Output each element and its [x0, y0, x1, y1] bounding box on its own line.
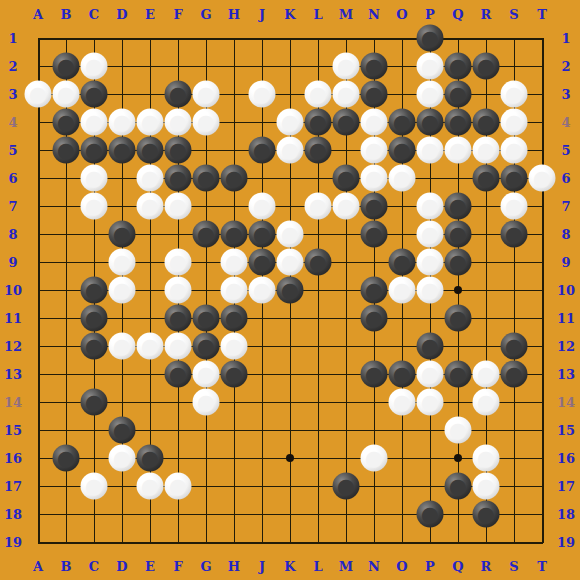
- stone-white[interactable]: ●: [137, 165, 164, 192]
- stone-white[interactable]: ●: [193, 81, 220, 108]
- stone-black[interactable]: ●: [277, 277, 304, 304]
- stone-white[interactable]: ●: [417, 389, 444, 416]
- stone-white[interactable]: ●: [165, 109, 192, 136]
- stone-black[interactable]: ●: [361, 305, 388, 332]
- stone-white[interactable]: ●: [417, 277, 444, 304]
- stone-white[interactable]: ●: [417, 137, 444, 164]
- stone-black[interactable]: ●: [53, 137, 80, 164]
- stone-black[interactable]: ●: [361, 81, 388, 108]
- row-label-right: 11: [557, 312, 575, 325]
- column-label-top: F: [173, 8, 182, 21]
- stone-black[interactable]: ●: [445, 305, 472, 332]
- row-label-right: 15: [557, 424, 575, 437]
- stone-black[interactable]: ●: [361, 221, 388, 248]
- column-label-bottom: P: [425, 560, 435, 573]
- stone-white[interactable]: ●: [277, 137, 304, 164]
- stone-black[interactable]: ●: [81, 305, 108, 332]
- star-point: [454, 454, 462, 462]
- column-label-top: K: [284, 8, 295, 21]
- stone-white[interactable]: ●: [221, 249, 248, 276]
- stone-white[interactable]: ●: [277, 109, 304, 136]
- stone-white[interactable]: ●: [109, 109, 136, 136]
- stone-white[interactable]: ●: [305, 193, 332, 220]
- row-label-right: 16: [557, 452, 575, 465]
- stone-white[interactable]: ●: [445, 417, 472, 444]
- stone-black[interactable]: ●: [249, 221, 276, 248]
- row-label-left: 10: [4, 284, 22, 297]
- go-board-viewer: AABBCCDDEEFFGGHHJJKKLLMMNNOOPPQQRRSSTT11…: [0, 0, 580, 580]
- stone-white[interactable]: ●: [81, 193, 108, 220]
- stone-black[interactable]: ●: [473, 501, 500, 528]
- column-label-top: S: [509, 8, 518, 21]
- column-label-top: M: [339, 8, 353, 21]
- column-label-bottom: Q: [452, 560, 463, 573]
- column-label-top: L: [313, 8, 322, 21]
- stone-black[interactable]: ●: [137, 137, 164, 164]
- stone-white[interactable]: ●: [361, 109, 388, 136]
- stone-black[interactable]: ●: [193, 165, 220, 192]
- stone-black[interactable]: ●: [81, 333, 108, 360]
- stone-white[interactable]: ●: [165, 249, 192, 276]
- row-label-right: 14: [557, 396, 575, 409]
- row-label-right: 8: [561, 228, 570, 241]
- stone-black[interactable]: ●: [137, 445, 164, 472]
- stone-black[interactable]: ●: [445, 249, 472, 276]
- stone-white[interactable]: ●: [53, 81, 80, 108]
- row-label-left: 2: [8, 60, 17, 73]
- stone-white[interactable]: ●: [333, 193, 360, 220]
- row-label-left: 16: [4, 452, 22, 465]
- grid-line-horizontal: [38, 542, 543, 544]
- stone-white[interactable]: ●: [81, 473, 108, 500]
- stone-white[interactable]: ●: [529, 165, 556, 192]
- stone-black[interactable]: ●: [389, 137, 416, 164]
- stone-black[interactable]: ●: [361, 277, 388, 304]
- stone-white[interactable]: ●: [137, 333, 164, 360]
- stone-black[interactable]: ●: [305, 137, 332, 164]
- stone-white[interactable]: ●: [501, 193, 528, 220]
- stone-black[interactable]: ●: [361, 53, 388, 80]
- stone-white[interactable]: ●: [333, 53, 360, 80]
- column-label-top: A: [33, 8, 43, 21]
- column-label-top: O: [396, 8, 407, 21]
- stone-black[interactable]: ●: [333, 473, 360, 500]
- stone-white[interactable]: ●: [109, 277, 136, 304]
- star-point: [454, 286, 462, 294]
- stone-white[interactable]: ●: [193, 389, 220, 416]
- stone-black[interactable]: ●: [221, 221, 248, 248]
- stone-black[interactable]: ●: [109, 137, 136, 164]
- stone-black[interactable]: ●: [221, 165, 248, 192]
- stone-white[interactable]: ●: [165, 473, 192, 500]
- row-label-left: 14: [4, 396, 22, 409]
- stone-white[interactable]: ●: [473, 389, 500, 416]
- stone-black[interactable]: ●: [221, 361, 248, 388]
- stone-white[interactable]: ●: [109, 249, 136, 276]
- stone-white[interactable]: ●: [417, 81, 444, 108]
- column-label-top: P: [425, 8, 435, 21]
- stone-white[interactable]: ●: [137, 193, 164, 220]
- stone-black[interactable]: ●: [389, 249, 416, 276]
- column-label-top: C: [89, 8, 99, 21]
- stone-black[interactable]: ●: [473, 109, 500, 136]
- stone-white[interactable]: ●: [417, 361, 444, 388]
- row-label-right: 17: [557, 480, 575, 493]
- column-label-bottom: G: [200, 560, 211, 573]
- stone-black[interactable]: ●: [165, 305, 192, 332]
- stone-white[interactable]: ●: [249, 81, 276, 108]
- stone-white[interactable]: ●: [417, 249, 444, 276]
- stone-black[interactable]: ●: [249, 249, 276, 276]
- stone-white[interactable]: ●: [109, 333, 136, 360]
- stone-black[interactable]: ●: [305, 249, 332, 276]
- row-label-left: 6: [8, 172, 17, 185]
- row-label-right: 1: [561, 32, 570, 45]
- row-label-left: 18: [4, 508, 22, 521]
- stone-black[interactable]: ●: [165, 361, 192, 388]
- row-label-left: 9: [8, 256, 17, 269]
- row-label-right: 9: [561, 256, 570, 269]
- stone-white[interactable]: ●: [249, 277, 276, 304]
- column-label-top: N: [368, 8, 380, 21]
- row-label-right: 19: [557, 536, 575, 549]
- row-label-right: 18: [557, 508, 575, 521]
- stone-black[interactable]: ●: [389, 361, 416, 388]
- column-label-bottom: H: [228, 560, 240, 573]
- stone-black[interactable]: ●: [361, 361, 388, 388]
- column-label-top: H: [228, 8, 240, 21]
- column-label-top: D: [116, 8, 127, 21]
- stone-white[interactable]: ●: [193, 109, 220, 136]
- stone-black[interactable]: ●: [501, 221, 528, 248]
- stone-white[interactable]: ●: [473, 445, 500, 472]
- stone-white[interactable]: ●: [109, 445, 136, 472]
- column-label-bottom: O: [396, 560, 407, 573]
- column-label-bottom: A: [33, 560, 43, 573]
- column-label-top: B: [61, 8, 72, 21]
- row-label-left: 7: [8, 200, 17, 213]
- row-label-right: 7: [561, 200, 570, 213]
- grid-line-horizontal: [38, 514, 543, 515]
- column-label-bottom: B: [61, 560, 72, 573]
- stone-white[interactable]: ●: [277, 221, 304, 248]
- stone-white[interactable]: ●: [249, 193, 276, 220]
- column-label-bottom: D: [116, 560, 127, 573]
- stone-black[interactable]: ●: [417, 109, 444, 136]
- stone-black[interactable]: ●: [445, 193, 472, 220]
- stone-white[interactable]: ●: [361, 445, 388, 472]
- stone-white[interactable]: ●: [137, 109, 164, 136]
- row-label-right: 6: [561, 172, 570, 185]
- stone-white[interactable]: ●: [81, 109, 108, 136]
- stone-white[interactable]: ●: [417, 53, 444, 80]
- stone-black[interactable]: ●: [53, 445, 80, 472]
- stone-black[interactable]: ●: [81, 389, 108, 416]
- column-label-top: T: [537, 8, 547, 21]
- stone-white[interactable]: ●: [361, 165, 388, 192]
- stone-black[interactable]: ●: [193, 333, 220, 360]
- column-label-bottom: R: [481, 560, 492, 573]
- stone-white[interactable]: ●: [25, 81, 52, 108]
- column-label-bottom: M: [339, 560, 353, 573]
- row-label-left: 12: [4, 340, 22, 353]
- row-label-left: 17: [4, 480, 22, 493]
- stone-black[interactable]: ●: [165, 137, 192, 164]
- stone-white[interactable]: ●: [361, 137, 388, 164]
- stone-black[interactable]: ●: [501, 361, 528, 388]
- stone-white[interactable]: ●: [417, 193, 444, 220]
- stone-black[interactable]: ●: [445, 361, 472, 388]
- grid-line-horizontal: [38, 402, 543, 403]
- stone-white[interactable]: ●: [473, 137, 500, 164]
- stone-black[interactable]: ●: [473, 53, 500, 80]
- stone-black[interactable]: ●: [417, 333, 444, 360]
- stone-black[interactable]: ●: [361, 193, 388, 220]
- stone-white[interactable]: ●: [501, 109, 528, 136]
- stone-black[interactable]: ●: [81, 137, 108, 164]
- stone-white[interactable]: ●: [389, 389, 416, 416]
- stone-white[interactable]: ●: [417, 221, 444, 248]
- grid-line-vertical: [542, 38, 544, 543]
- column-label-bottom: C: [89, 560, 99, 573]
- stone-white[interactable]: ●: [165, 193, 192, 220]
- row-label-left: 19: [4, 536, 22, 549]
- stone-black[interactable]: ●: [501, 165, 528, 192]
- stone-white[interactable]: ●: [81, 53, 108, 80]
- stone-black[interactable]: ●: [109, 221, 136, 248]
- stone-black[interactable]: ●: [193, 305, 220, 332]
- row-label-left: 8: [8, 228, 17, 241]
- row-label-left: 5: [8, 144, 17, 157]
- stone-black[interactable]: ●: [473, 165, 500, 192]
- stone-black[interactable]: ●: [193, 221, 220, 248]
- stone-white[interactable]: ●: [221, 333, 248, 360]
- row-label-right: 5: [561, 144, 570, 157]
- stone-black[interactable]: ●: [333, 109, 360, 136]
- stone-black[interactable]: ●: [165, 165, 192, 192]
- row-label-right: 12: [557, 340, 575, 353]
- row-label-left: 3: [8, 88, 17, 101]
- star-point: [286, 454, 294, 462]
- stone-black[interactable]: ●: [81, 277, 108, 304]
- stone-black[interactable]: ●: [53, 53, 80, 80]
- stone-black[interactable]: ●: [109, 417, 136, 444]
- stone-white[interactable]: ●: [165, 277, 192, 304]
- stone-white[interactable]: ●: [165, 333, 192, 360]
- row-label-right: 3: [561, 88, 570, 101]
- stone-black[interactable]: ●: [445, 109, 472, 136]
- stone-white[interactable]: ●: [473, 361, 500, 388]
- stone-black[interactable]: ●: [249, 137, 276, 164]
- stone-black[interactable]: ●: [445, 473, 472, 500]
- row-label-right: 4: [561, 116, 570, 129]
- stone-white[interactable]: ●: [193, 361, 220, 388]
- stone-black[interactable]: ●: [389, 109, 416, 136]
- column-label-top: Q: [452, 8, 463, 21]
- stone-white[interactable]: ●: [333, 81, 360, 108]
- stone-black[interactable]: ●: [445, 221, 472, 248]
- stone-white[interactable]: ●: [137, 473, 164, 500]
- stone-black[interactable]: ●: [305, 109, 332, 136]
- column-label-bottom: E: [145, 560, 155, 573]
- stone-white[interactable]: ●: [277, 249, 304, 276]
- stone-black[interactable]: ●: [165, 81, 192, 108]
- column-label-top: J: [259, 8, 265, 21]
- stone-white[interactable]: ●: [305, 81, 332, 108]
- stone-white[interactable]: ●: [221, 277, 248, 304]
- column-label-top: R: [481, 8, 492, 21]
- row-label-left: 13: [4, 368, 22, 381]
- column-label-top: E: [145, 8, 155, 21]
- stone-black[interactable]: ●: [445, 81, 472, 108]
- column-label-bottom: N: [368, 560, 380, 573]
- stone-white[interactable]: ●: [389, 165, 416, 192]
- stone-black[interactable]: ●: [417, 501, 444, 528]
- stone-black[interactable]: ●: [81, 81, 108, 108]
- stone-white[interactable]: ●: [501, 137, 528, 164]
- column-label-bottom: F: [173, 560, 182, 573]
- column-label-bottom: K: [284, 560, 295, 573]
- row-label-left: 1: [8, 32, 17, 45]
- column-label-top: G: [200, 8, 211, 21]
- column-label-bottom: J: [259, 560, 265, 573]
- stone-white[interactable]: ●: [81, 165, 108, 192]
- stone-black[interactable]: ●: [417, 25, 444, 52]
- row-label-right: 2: [561, 60, 570, 73]
- stone-white[interactable]: ●: [501, 81, 528, 108]
- column-label-bottom: L: [313, 560, 322, 573]
- stone-black[interactable]: ●: [53, 109, 80, 136]
- row-label-right: 10: [557, 284, 575, 297]
- stone-white[interactable]: ●: [389, 277, 416, 304]
- stone-black[interactable]: ●: [333, 165, 360, 192]
- stone-white[interactable]: ●: [473, 473, 500, 500]
- row-label-left: 11: [4, 312, 22, 325]
- column-label-bottom: T: [537, 560, 547, 573]
- stone-black[interactable]: ●: [501, 333, 528, 360]
- stone-black[interactable]: ●: [221, 305, 248, 332]
- row-label-left: 4: [8, 116, 17, 129]
- stone-white[interactable]: ●: [445, 137, 472, 164]
- row-label-right: 13: [557, 368, 575, 381]
- stone-black[interactable]: ●: [445, 53, 472, 80]
- column-label-bottom: S: [509, 560, 518, 573]
- row-label-left: 15: [4, 424, 22, 437]
